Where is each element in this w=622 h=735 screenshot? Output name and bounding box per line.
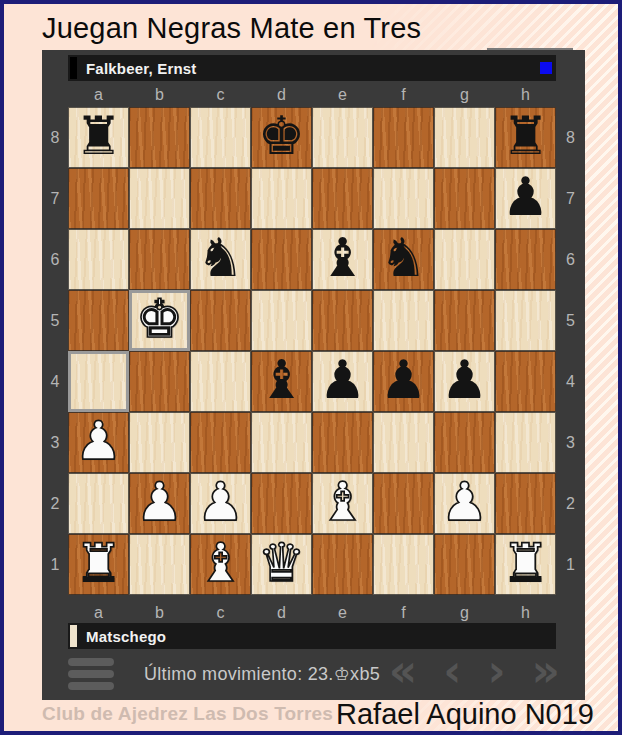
square-c2[interactable]: ♟ <box>190 473 251 534</box>
piece-white-rook[interactable]: ♜ <box>502 536 550 589</box>
square-d3[interactable] <box>251 412 312 473</box>
square-d4[interactable]: ♝ <box>251 351 312 412</box>
piece-white-pawn[interactable]: ♟ <box>441 475 489 528</box>
square-f7[interactable] <box>373 168 434 229</box>
piece-black-bishop[interactable]: ♝ <box>319 231 367 284</box>
piece-black-knight[interactable]: ♞ <box>197 231 245 284</box>
square-a1[interactable]: ♜ <box>68 534 129 595</box>
square-h3[interactable] <box>495 412 556 473</box>
square-e3[interactable] <box>312 412 373 473</box>
white-player-marker <box>70 625 77 647</box>
square-h2[interactable] <box>495 473 556 534</box>
square-b7[interactable] <box>129 168 190 229</box>
rank-label-4: 4 <box>556 351 585 412</box>
file-label-h: h <box>495 601 556 625</box>
file-label-d: d <box>251 83 312 107</box>
file-label-h: h <box>495 83 556 107</box>
piece-black-king[interactable]: ♚ <box>258 109 306 162</box>
file-label-g: g <box>434 601 495 625</box>
square-g1[interactable] <box>434 534 495 595</box>
first-move-button[interactable]: « <box>389 649 417 693</box>
piece-black-pawn[interactable]: ♟ <box>502 170 550 223</box>
piece-white-queen[interactable]: ♛ <box>258 536 306 589</box>
square-d6[interactable] <box>251 229 312 290</box>
square-b3[interactable] <box>129 412 190 473</box>
piece-white-king[interactable]: ♚ <box>136 292 184 345</box>
rank-label-1: 1 <box>42 534 68 595</box>
piece-black-pawn[interactable]: ♟ <box>319 353 367 406</box>
file-label-a: a <box>68 601 129 625</box>
square-c6[interactable]: ♞ <box>190 229 251 290</box>
square-c4[interactable] <box>190 351 251 412</box>
piece-black-bishop[interactable]: ♝ <box>258 353 306 406</box>
square-d1[interactable]: ♛ <box>251 534 312 595</box>
file-label-d: d <box>251 601 312 625</box>
piece-white-pawn[interactable]: ♟ <box>197 475 245 528</box>
square-g2[interactable]: ♟ <box>434 473 495 534</box>
file-label-a: a <box>68 83 129 107</box>
square-b1[interactable] <box>129 534 190 595</box>
player-bottom-name: Matschego <box>86 628 166 645</box>
file-label-b: b <box>129 601 190 625</box>
square-g7[interactable] <box>434 168 495 229</box>
piece-white-bishop[interactable]: ♝ <box>319 475 367 528</box>
square-f6[interactable]: ♞ <box>373 229 434 290</box>
square-h7[interactable]: ♟ <box>495 168 556 229</box>
rank-label-5: 5 <box>556 290 585 351</box>
player-bottom-bar: Matschego <box>68 623 556 649</box>
rank-label-6: 6 <box>42 229 68 290</box>
file-labels-top: abcdefgh <box>68 83 556 107</box>
rank-label-2: 2 <box>556 473 585 534</box>
square-g5[interactable] <box>434 290 495 351</box>
last-move-button[interactable]: » <box>532 649 560 693</box>
square-d2[interactable] <box>251 473 312 534</box>
square-g8[interactable] <box>434 107 495 168</box>
file-label-e: e <box>312 83 373 107</box>
square-g4[interactable]: ♟ <box>434 351 495 412</box>
square-d8[interactable]: ♚ <box>251 107 312 168</box>
square-f5[interactable] <box>373 290 434 351</box>
rank-label-7: 7 <box>556 168 585 229</box>
player-top-name: Falkbeer, Ernst <box>86 60 197 77</box>
square-e5[interactable] <box>312 290 373 351</box>
piece-black-pawn[interactable]: ♟ <box>441 353 489 406</box>
piece-black-rook[interactable]: ♜ <box>75 109 123 162</box>
square-g3[interactable] <box>434 412 495 473</box>
rank-label-1: 1 <box>556 534 585 595</box>
square-e8[interactable] <box>312 107 373 168</box>
club-name: Club de Ajedrez Las Dos Torres <box>42 703 333 725</box>
black-player-marker <box>70 57 77 79</box>
file-label-c: c <box>190 601 251 625</box>
square-f8[interactable] <box>373 107 434 168</box>
square-e2[interactable]: ♝ <box>312 473 373 534</box>
piece-black-rook[interactable]: ♜ <box>502 109 550 162</box>
rank-label-7: 7 <box>42 168 68 229</box>
square-a5[interactable] <box>68 290 129 351</box>
square-h6[interactable] <box>495 229 556 290</box>
rank-label-5: 5 <box>42 290 68 351</box>
square-a7[interactable] <box>68 168 129 229</box>
file-label-f: f <box>373 601 434 625</box>
square-e7[interactable] <box>312 168 373 229</box>
square-b2[interactable]: ♟ <box>129 473 190 534</box>
controls-bar: Último movimiento: 23.♔xb5 «‹›» <box>68 648 560 700</box>
chess-app-panel: Falkbeer, Ernst abcdefgh 87654321 ♜♚♜♟♞♝… <box>42 50 585 700</box>
square-a8[interactable]: ♜ <box>68 107 129 168</box>
square-f4[interactable]: ♟ <box>373 351 434 412</box>
rank-label-6: 6 <box>556 229 585 290</box>
file-label-c: c <box>190 83 251 107</box>
square-d7[interactable] <box>251 168 312 229</box>
square-g6[interactable] <box>434 229 495 290</box>
next-move-button[interactable]: › <box>487 649 505 693</box>
file-label-b: b <box>129 83 190 107</box>
square-d5[interactable] <box>251 290 312 351</box>
square-c7[interactable] <box>190 168 251 229</box>
square-c5[interactable] <box>190 290 251 351</box>
player-top-bar: Falkbeer, Ernst <box>68 55 556 81</box>
side-to-move-indicator <box>540 62 552 74</box>
piece-black-knight[interactable]: ♞ <box>380 231 428 284</box>
square-e1[interactable] <box>312 534 373 595</box>
square-a6[interactable] <box>68 229 129 290</box>
square-f3[interactable] <box>373 412 434 473</box>
puzzle-page: Juegan Negras Mate en Tres Falkbeer, Ern… <box>0 0 622 735</box>
square-b6[interactable] <box>129 229 190 290</box>
square-b4[interactable] <box>129 351 190 412</box>
footer: Club de Ajedrez Las Dos Torres Rafael Aq… <box>4 699 618 731</box>
square-c1[interactable]: ♝ <box>190 534 251 595</box>
square-h8[interactable]: ♜ <box>495 107 556 168</box>
rank-label-8: 8 <box>42 107 68 168</box>
last-move-text: Último movimiento: 23.♔xb5 <box>144 663 380 685</box>
square-b8[interactable] <box>129 107 190 168</box>
square-c8[interactable] <box>190 107 251 168</box>
square-c3[interactable] <box>190 412 251 473</box>
page-title: Juegan Negras Mate en Tres <box>42 12 421 45</box>
move-navigation: «‹›» <box>389 652 560 696</box>
board: ♜♚♜♟♞♝♞♚♝♟♟♟♟♟♟♝♟♜♝♛♜ <box>68 107 556 595</box>
square-a3[interactable]: ♟ <box>68 412 129 473</box>
square-f2[interactable] <box>373 473 434 534</box>
file-label-e: e <box>312 601 373 625</box>
rank-labels-left: 87654321 <box>42 107 68 595</box>
square-b5[interactable]: ♚ <box>129 290 190 351</box>
rank-label-3: 3 <box>556 412 585 473</box>
file-label-g: g <box>434 83 495 107</box>
piece-white-bishop[interactable]: ♝ <box>197 536 245 589</box>
file-label-f: f <box>373 83 434 107</box>
square-h5[interactable] <box>495 290 556 351</box>
rank-label-2: 2 <box>42 473 68 534</box>
piece-white-rook[interactable]: ♜ <box>75 536 123 589</box>
rank-labels-right: 87654321 <box>556 107 585 595</box>
rank-label-8: 8 <box>556 107 585 168</box>
square-e6[interactable]: ♝ <box>312 229 373 290</box>
piece-white-pawn[interactable]: ♟ <box>75 414 123 467</box>
rank-label-3: 3 <box>42 412 68 473</box>
file-labels-bottom: abcdefgh <box>68 601 556 625</box>
piece-black-pawn[interactable]: ♟ <box>380 353 428 406</box>
menu-icon[interactable] <box>68 658 114 690</box>
prev-move-button[interactable]: ‹ <box>443 649 461 693</box>
rank-label-4: 4 <box>42 351 68 412</box>
square-e4[interactable]: ♟ <box>312 351 373 412</box>
piece-white-pawn[interactable]: ♟ <box>136 475 184 528</box>
square-f1[interactable] <box>373 534 434 595</box>
square-h1[interactable]: ♜ <box>495 534 556 595</box>
square-h4[interactable] <box>495 351 556 412</box>
author-name: Rafael Aquino N019 <box>336 698 594 731</box>
square-a4[interactable] <box>68 351 129 412</box>
square-a2[interactable] <box>68 473 129 534</box>
